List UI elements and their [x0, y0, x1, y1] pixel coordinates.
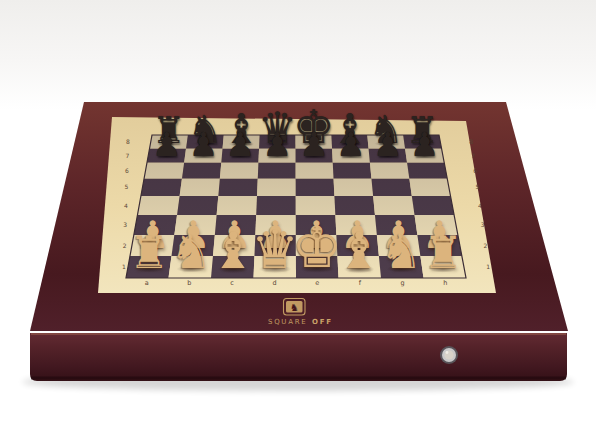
rank-label-left-4: 4: [124, 202, 128, 209]
rank-label-left-5: 5: [125, 183, 129, 190]
piece-white-king-e1[interactable]: ♚: [292, 220, 343, 277]
piece-black-pawn-a7[interactable]: ♟: [152, 129, 182, 162]
rank-label-right-1: 1: [486, 263, 490, 270]
rank-label-right-4: 4: [478, 202, 482, 209]
rank-label-right-8: 8: [469, 138, 473, 145]
product-photo: 1122334455667788aabbccddeeffgghh♞SQUAREO…: [0, 0, 596, 447]
knight-logo-icon: ♞: [290, 302, 299, 313]
piece-black-pawn-f7[interactable]: ♟: [336, 129, 366, 162]
file-label-h: h: [443, 279, 447, 287]
piece-white-bishop-c1[interactable]: ♝: [211, 226, 256, 276]
power-button-highlight: [446, 351, 449, 354]
piece-white-rook-h1[interactable]: ♜: [423, 230, 463, 275]
piece-black-pawn-d7[interactable]: ♟: [262, 129, 292, 162]
piece-white-knight-b1[interactable]: ♞: [170, 228, 213, 276]
power-button[interactable]: [440, 346, 458, 364]
rank-label-right-3: 3: [481, 221, 485, 228]
rank-label-left-3: 3: [123, 221, 127, 228]
rank-label-right-5: 5: [476, 183, 480, 190]
power-button-center: [444, 350, 453, 359]
rank-label-right-7: 7: [471, 152, 475, 159]
rank-label-left-8: 8: [126, 138, 130, 145]
logo-word-square: SQUARE: [268, 318, 307, 326]
rank-label-left-7: 7: [126, 152, 130, 159]
rank-label-left-1: 1: [122, 263, 126, 270]
piece-black-pawn-g7[interactable]: ♟: [373, 129, 403, 162]
piece-white-rook-a1[interactable]: ♜: [129, 230, 169, 275]
piece-black-pawn-b7[interactable]: ♟: [189, 129, 219, 162]
piece-white-knight-g1[interactable]: ♞: [380, 228, 423, 276]
rank-label-left-6: 6: [125, 167, 129, 174]
piece-black-pawn-e7[interactable]: ♟: [299, 129, 329, 162]
rank-label-right-2: 2: [483, 242, 487, 249]
file-label-g: g: [401, 279, 405, 287]
piece-black-pawn-c7[interactable]: ♟: [226, 129, 256, 162]
file-label-a: a: [145, 279, 149, 287]
logo-word-off: OFF: [312, 318, 333, 326]
piece-black-pawn-h7[interactable]: ♟: [410, 129, 440, 162]
piece-white-bishop-f1[interactable]: ♝: [337, 226, 382, 276]
rank-label-left-2: 2: [123, 242, 127, 249]
file-label-b: b: [187, 279, 191, 287]
front-fascia: [30, 333, 567, 381]
rank-label-right-6: 6: [473, 167, 477, 174]
